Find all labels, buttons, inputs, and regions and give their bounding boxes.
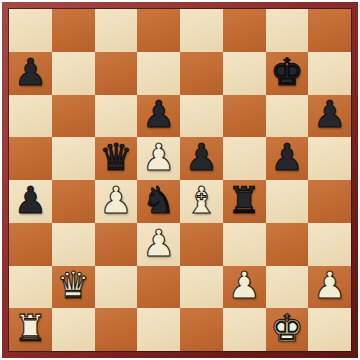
square-e3[interactable] xyxy=(180,223,223,266)
square-c2[interactable] xyxy=(95,266,138,309)
square-a5[interactable] xyxy=(9,137,52,180)
piece-white-pawn[interactable]: ♟ xyxy=(228,267,261,304)
square-f3[interactable] xyxy=(223,223,266,266)
square-f7[interactable] xyxy=(223,52,266,95)
square-b4[interactable] xyxy=(52,180,95,223)
square-h3[interactable] xyxy=(308,223,351,266)
square-b8[interactable] xyxy=(52,9,95,52)
square-h1[interactable] xyxy=(308,308,351,351)
square-g8[interactable] xyxy=(266,9,309,52)
square-b5[interactable] xyxy=(52,137,95,180)
square-h6[interactable]: ♟ xyxy=(308,95,351,138)
square-e4[interactable]: ♝ xyxy=(180,180,223,223)
square-h4[interactable] xyxy=(308,180,351,223)
square-c6[interactable] xyxy=(95,95,138,138)
square-g6[interactable] xyxy=(266,95,309,138)
square-b3[interactable] xyxy=(52,223,95,266)
piece-white-pawn[interactable]: ♟ xyxy=(313,267,346,304)
square-c4[interactable]: ♟ xyxy=(95,180,138,223)
square-d7[interactable] xyxy=(137,52,180,95)
square-e7[interactable] xyxy=(180,52,223,95)
square-c3[interactable] xyxy=(95,223,138,266)
square-a6[interactable] xyxy=(9,95,52,138)
square-a7[interactable]: ♟ xyxy=(9,52,52,95)
square-d4[interactable]: ♞ xyxy=(137,180,180,223)
piece-black-rook[interactable]: ♜ xyxy=(228,182,261,219)
square-b1[interactable] xyxy=(52,308,95,351)
square-g2[interactable] xyxy=(266,266,309,309)
piece-white-rook[interactable]: ♜ xyxy=(14,310,47,347)
piece-black-king[interactable]: ♚ xyxy=(270,54,303,91)
piece-white-pawn[interactable]: ♟ xyxy=(142,139,175,176)
square-c1[interactable] xyxy=(95,308,138,351)
piece-black-pawn[interactable]: ♟ xyxy=(142,96,175,133)
square-h5[interactable] xyxy=(308,137,351,180)
piece-white-bishop[interactable]: ♝ xyxy=(185,182,218,219)
square-a1[interactable]: ♜ xyxy=(9,308,52,351)
square-f6[interactable] xyxy=(223,95,266,138)
square-e8[interactable] xyxy=(180,9,223,52)
square-f5[interactable] xyxy=(223,137,266,180)
piece-black-pawn[interactable]: ♟ xyxy=(313,96,346,133)
square-e5[interactable]: ♟ xyxy=(180,137,223,180)
square-g4[interactable] xyxy=(266,180,309,223)
square-f1[interactable] xyxy=(223,308,266,351)
piece-black-pawn[interactable]: ♟ xyxy=(14,182,47,219)
piece-black-pawn[interactable]: ♟ xyxy=(14,54,47,91)
square-f4[interactable]: ♜ xyxy=(223,180,266,223)
square-c7[interactable] xyxy=(95,52,138,95)
board-frame: ♟♚♟♟♛♟♟♟♟♟♞♝♜♟♛♟♟♜♚ xyxy=(0,0,360,360)
square-f8[interactable] xyxy=(223,9,266,52)
square-c8[interactable] xyxy=(95,9,138,52)
square-g3[interactable] xyxy=(266,223,309,266)
square-g1[interactable]: ♚ xyxy=(266,308,309,351)
piece-white-pawn[interactable]: ♟ xyxy=(99,182,132,219)
piece-white-pawn[interactable]: ♟ xyxy=(142,225,175,262)
square-d6[interactable]: ♟ xyxy=(137,95,180,138)
square-b7[interactable] xyxy=(52,52,95,95)
chess-board[interactable]: ♟♚♟♟♛♟♟♟♟♟♞♝♜♟♛♟♟♜♚ xyxy=(9,9,351,351)
square-d8[interactable] xyxy=(137,9,180,52)
piece-black-knight[interactable]: ♞ xyxy=(142,182,175,219)
square-d3[interactable]: ♟ xyxy=(137,223,180,266)
square-e1[interactable] xyxy=(180,308,223,351)
square-g5[interactable]: ♟ xyxy=(266,137,309,180)
square-b2[interactable]: ♛ xyxy=(52,266,95,309)
square-h8[interactable] xyxy=(308,9,351,52)
square-d2[interactable] xyxy=(137,266,180,309)
piece-white-queen[interactable]: ♛ xyxy=(57,267,90,304)
chess-diagram: ♟♚♟♟♛♟♟♟♟♟♞♝♜♟♛♟♟♜♚ xyxy=(0,0,360,360)
square-e6[interactable] xyxy=(180,95,223,138)
square-a8[interactable] xyxy=(9,9,52,52)
square-a2[interactable] xyxy=(9,266,52,309)
piece-black-queen[interactable]: ♛ xyxy=(99,139,132,176)
piece-black-pawn[interactable]: ♟ xyxy=(270,139,303,176)
square-a3[interactable] xyxy=(9,223,52,266)
square-h7[interactable] xyxy=(308,52,351,95)
square-a4[interactable]: ♟ xyxy=(9,180,52,223)
square-f2[interactable]: ♟ xyxy=(223,266,266,309)
piece-white-king[interactable]: ♚ xyxy=(270,310,303,347)
square-d1[interactable] xyxy=(137,308,180,351)
square-e2[interactable] xyxy=(180,266,223,309)
square-h2[interactable]: ♟ xyxy=(308,266,351,309)
square-c5[interactable]: ♛ xyxy=(95,137,138,180)
square-d5[interactable]: ♟ xyxy=(137,137,180,180)
square-b6[interactable] xyxy=(52,95,95,138)
piece-black-pawn[interactable]: ♟ xyxy=(185,139,218,176)
square-g7[interactable]: ♚ xyxy=(266,52,309,95)
